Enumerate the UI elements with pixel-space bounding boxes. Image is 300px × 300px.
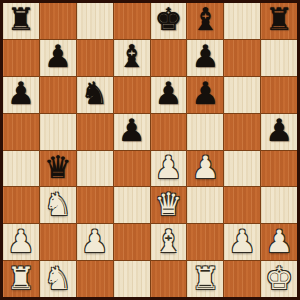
- square-a8[interactable]: ♜: [3, 3, 39, 39]
- square-h3[interactable]: [261, 187, 297, 223]
- square-g6[interactable]: [224, 77, 260, 113]
- square-e5[interactable]: [151, 114, 187, 150]
- square-g2[interactable]: ♟: [224, 224, 260, 260]
- piece-black-rook[interactable]: ♜: [265, 4, 293, 35]
- square-g3[interactable]: [224, 187, 260, 223]
- square-h1[interactable]: ♚: [261, 261, 297, 297]
- piece-black-bishop[interactable]: ♝: [118, 41, 146, 72]
- square-b5[interactable]: [40, 114, 76, 150]
- square-e4[interactable]: ♟: [151, 151, 187, 187]
- square-a1[interactable]: ♜: [3, 261, 39, 297]
- piece-black-pawn[interactable]: ♟: [118, 115, 146, 146]
- piece-white-queen[interactable]: ♛: [155, 189, 183, 220]
- square-c4[interactable]: [77, 151, 113, 187]
- piece-white-bishop[interactable]: ♝: [155, 226, 183, 257]
- piece-white-rook[interactable]: ♜: [191, 263, 219, 294]
- square-d8[interactable]: [114, 3, 150, 39]
- piece-black-king[interactable]: ♚: [155, 4, 183, 35]
- square-f5[interactable]: [187, 114, 223, 150]
- piece-white-pawn[interactable]: ♟: [228, 226, 256, 257]
- square-e8[interactable]: ♚: [151, 3, 187, 39]
- piece-white-knight[interactable]: ♞: [44, 263, 72, 294]
- square-c8[interactable]: [77, 3, 113, 39]
- square-d2[interactable]: [114, 224, 150, 260]
- square-e3[interactable]: ♛: [151, 187, 187, 223]
- square-g4[interactable]: [224, 151, 260, 187]
- square-a7[interactable]: [3, 40, 39, 76]
- square-c5[interactable]: [77, 114, 113, 150]
- piece-white-knight[interactable]: ♞: [44, 189, 72, 220]
- piece-white-pawn[interactable]: ♟: [155, 152, 183, 183]
- square-f6[interactable]: ♟: [187, 77, 223, 113]
- square-f8[interactable]: ♝: [187, 3, 223, 39]
- piece-black-bishop[interactable]: ♝: [191, 4, 219, 35]
- square-e1[interactable]: [151, 261, 187, 297]
- square-g8[interactable]: [224, 3, 260, 39]
- square-d6[interactable]: [114, 77, 150, 113]
- square-e7[interactable]: [151, 40, 187, 76]
- square-c3[interactable]: [77, 187, 113, 223]
- chess-board: ♜♚♝♜♟♝♟♟♞♟♟♟♟♛♟♟♞♛♟♟♝♟♟♜♞♜♚: [0, 0, 300, 300]
- piece-black-queen[interactable]: ♛: [44, 152, 72, 183]
- square-d3[interactable]: [114, 187, 150, 223]
- square-d1[interactable]: [114, 261, 150, 297]
- piece-white-pawn[interactable]: ♟: [265, 226, 293, 257]
- square-h4[interactable]: [261, 151, 297, 187]
- square-b2[interactable]: [40, 224, 76, 260]
- piece-black-pawn[interactable]: ♟: [191, 78, 219, 109]
- square-h7[interactable]: [261, 40, 297, 76]
- square-c2[interactable]: ♟: [77, 224, 113, 260]
- square-a4[interactable]: [3, 151, 39, 187]
- square-d4[interactable]: [114, 151, 150, 187]
- square-e2[interactable]: ♝: [151, 224, 187, 260]
- square-f4[interactable]: ♟: [187, 151, 223, 187]
- square-a2[interactable]: ♟: [3, 224, 39, 260]
- square-h5[interactable]: ♟: [261, 114, 297, 150]
- piece-black-knight[interactable]: ♞: [81, 78, 109, 109]
- square-h6[interactable]: [261, 77, 297, 113]
- square-f2[interactable]: [187, 224, 223, 260]
- piece-black-pawn[interactable]: ♟: [155, 78, 183, 109]
- square-g5[interactable]: [224, 114, 260, 150]
- square-c6[interactable]: ♞: [77, 77, 113, 113]
- square-h2[interactable]: ♟: [261, 224, 297, 260]
- square-b8[interactable]: [40, 3, 76, 39]
- square-g7[interactable]: [224, 40, 260, 76]
- square-g1[interactable]: [224, 261, 260, 297]
- square-a3[interactable]: [3, 187, 39, 223]
- square-f3[interactable]: [187, 187, 223, 223]
- square-b6[interactable]: [40, 77, 76, 113]
- piece-white-rook[interactable]: ♜: [7, 263, 35, 294]
- square-h8[interactable]: ♜: [261, 3, 297, 39]
- square-a5[interactable]: [3, 114, 39, 150]
- square-c1[interactable]: [77, 261, 113, 297]
- square-e6[interactable]: ♟: [151, 77, 187, 113]
- square-d7[interactable]: ♝: [114, 40, 150, 76]
- piece-white-pawn[interactable]: ♟: [81, 226, 109, 257]
- square-b3[interactable]: ♞: [40, 187, 76, 223]
- square-b4[interactable]: ♛: [40, 151, 76, 187]
- square-f7[interactable]: ♟: [187, 40, 223, 76]
- square-b7[interactable]: ♟: [40, 40, 76, 76]
- square-a6[interactable]: ♟: [3, 77, 39, 113]
- piece-black-pawn[interactable]: ♟: [44, 41, 72, 72]
- piece-black-pawn[interactable]: ♟: [265, 115, 293, 146]
- piece-white-pawn[interactable]: ♟: [7, 226, 35, 257]
- piece-white-king[interactable]: ♚: [265, 263, 293, 294]
- square-c7[interactable]: [77, 40, 113, 76]
- square-b1[interactable]: ♞: [40, 261, 76, 297]
- piece-black-rook[interactable]: ♜: [7, 4, 35, 35]
- piece-black-pawn[interactable]: ♟: [191, 41, 219, 72]
- square-f1[interactable]: ♜: [187, 261, 223, 297]
- piece-white-pawn[interactable]: ♟: [191, 152, 219, 183]
- square-d5[interactable]: ♟: [114, 114, 150, 150]
- piece-black-pawn[interactable]: ♟: [7, 78, 35, 109]
